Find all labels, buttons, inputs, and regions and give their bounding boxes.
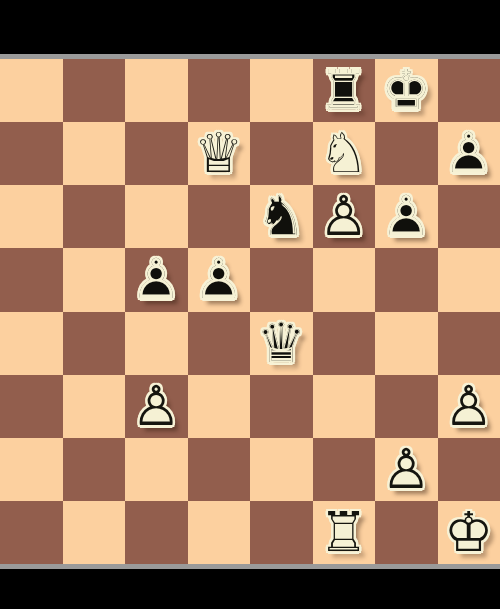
square-d1[interactable] [188, 501, 251, 564]
bottom-letterbox-bar [0, 569, 500, 609]
square-f8[interactable]: ♜♖ [313, 59, 376, 122]
square-h5[interactable] [438, 248, 500, 311]
square-d4[interactable] [188, 312, 251, 375]
square-h8[interactable] [438, 59, 500, 122]
square-h4[interactable] [438, 312, 500, 375]
square-b1[interactable] [63, 501, 126, 564]
black-king-detail: ♔ [375, 59, 438, 122]
square-c2[interactable] [125, 438, 188, 501]
black-pawn[interactable]: ♟♙ [438, 122, 500, 185]
black-queen-detail: ♕ [250, 312, 313, 375]
black-rook[interactable]: ♜♖ [313, 59, 376, 122]
square-f3[interactable] [313, 375, 376, 438]
black-king[interactable]: ♚♔ [375, 59, 438, 122]
square-f5[interactable] [313, 248, 376, 311]
square-f7[interactable]: ♞♘ [313, 122, 376, 185]
square-d7[interactable]: ♛♕ [188, 122, 251, 185]
square-c3[interactable]: ♟♙ [125, 375, 188, 438]
white-knight-detail: ♘ [313, 122, 376, 185]
square-e2[interactable] [250, 438, 313, 501]
square-g4[interactable] [375, 312, 438, 375]
white-pawn-detail: ♙ [375, 438, 438, 501]
square-a3[interactable] [0, 375, 63, 438]
square-b7[interactable] [63, 122, 126, 185]
black-pawn-detail: ♙ [188, 248, 251, 311]
white-king-detail: ♔ [438, 501, 500, 564]
black-knight-detail: ♘ [250, 185, 313, 248]
square-g3[interactable] [375, 375, 438, 438]
square-a6[interactable] [0, 185, 63, 248]
white-pawn[interactable]: ♟♙ [313, 185, 376, 248]
square-a7[interactable] [0, 122, 63, 185]
black-pawn-detail: ♙ [438, 122, 500, 185]
square-a4[interactable] [0, 312, 63, 375]
screenshot-frame: ♜♖♚♔♛♕♞♘♟♙♞♘♟♙♟♙♟♙♟♙♛♕♟♙♟♙♟♙♜♖♚♔ [0, 0, 500, 609]
chess-board[interactable]: ♜♖♚♔♛♕♞♘♟♙♞♘♟♙♟♙♟♙♟♙♛♕♟♙♟♙♟♙♜♖♚♔ [0, 59, 500, 564]
square-b6[interactable] [63, 185, 126, 248]
square-e8[interactable] [250, 59, 313, 122]
square-e5[interactable] [250, 248, 313, 311]
black-pawn-detail: ♙ [125, 248, 188, 311]
square-h6[interactable] [438, 185, 500, 248]
square-a5[interactable] [0, 248, 63, 311]
square-d5[interactable]: ♟♙ [188, 248, 251, 311]
square-g1[interactable] [375, 501, 438, 564]
white-pawn[interactable]: ♟♙ [375, 438, 438, 501]
square-f1[interactable]: ♜♖ [313, 501, 376, 564]
white-rook-detail: ♖ [313, 501, 376, 564]
square-d6[interactable] [188, 185, 251, 248]
top-letterbox-bar [0, 0, 500, 54]
square-a1[interactable] [0, 501, 63, 564]
square-c1[interactable] [125, 501, 188, 564]
square-d2[interactable] [188, 438, 251, 501]
square-a2[interactable] [0, 438, 63, 501]
square-c7[interactable] [125, 122, 188, 185]
square-g7[interactable] [375, 122, 438, 185]
square-g6[interactable]: ♟♙ [375, 185, 438, 248]
square-h2[interactable] [438, 438, 500, 501]
square-e7[interactable] [250, 122, 313, 185]
square-b5[interactable] [63, 248, 126, 311]
white-pawn[interactable]: ♟♙ [125, 375, 188, 438]
white-pawn-detail: ♙ [313, 185, 376, 248]
square-d3[interactable] [188, 375, 251, 438]
black-queen[interactable]: ♛♕ [250, 312, 313, 375]
square-h7[interactable]: ♟♙ [438, 122, 500, 185]
square-e4[interactable]: ♛♕ [250, 312, 313, 375]
square-c8[interactable] [125, 59, 188, 122]
square-f6[interactable]: ♟♙ [313, 185, 376, 248]
white-knight[interactable]: ♞♘ [313, 122, 376, 185]
black-pawn[interactable]: ♟♙ [375, 185, 438, 248]
white-pawn[interactable]: ♟♙ [438, 375, 500, 438]
square-c4[interactable] [125, 312, 188, 375]
white-pawn-detail: ♙ [438, 375, 500, 438]
square-e1[interactable] [250, 501, 313, 564]
white-queen-detail: ♕ [188, 122, 251, 185]
square-b4[interactable] [63, 312, 126, 375]
white-rook[interactable]: ♜♖ [313, 501, 376, 564]
square-f2[interactable] [313, 438, 376, 501]
square-g2[interactable]: ♟♙ [375, 438, 438, 501]
square-b3[interactable] [63, 375, 126, 438]
square-h3[interactable]: ♟♙ [438, 375, 500, 438]
square-c6[interactable] [125, 185, 188, 248]
black-rook-detail: ♖ [313, 59, 376, 122]
square-e3[interactable] [250, 375, 313, 438]
square-g8[interactable]: ♚♔ [375, 59, 438, 122]
square-b2[interactable] [63, 438, 126, 501]
black-pawn[interactable]: ♟♙ [125, 248, 188, 311]
square-b8[interactable] [63, 59, 126, 122]
white-pawn-detail: ♙ [125, 375, 188, 438]
black-pawn-detail: ♙ [375, 185, 438, 248]
square-h1[interactable]: ♚♔ [438, 501, 500, 564]
square-c5[interactable]: ♟♙ [125, 248, 188, 311]
square-d8[interactable] [188, 59, 251, 122]
black-pawn[interactable]: ♟♙ [188, 248, 251, 311]
white-queen[interactable]: ♛♕ [188, 122, 251, 185]
square-g5[interactable] [375, 248, 438, 311]
square-f4[interactable] [313, 312, 376, 375]
white-king[interactable]: ♚♔ [438, 501, 500, 564]
black-knight[interactable]: ♞♘ [250, 185, 313, 248]
square-a8[interactable] [0, 59, 63, 122]
square-e6[interactable]: ♞♘ [250, 185, 313, 248]
